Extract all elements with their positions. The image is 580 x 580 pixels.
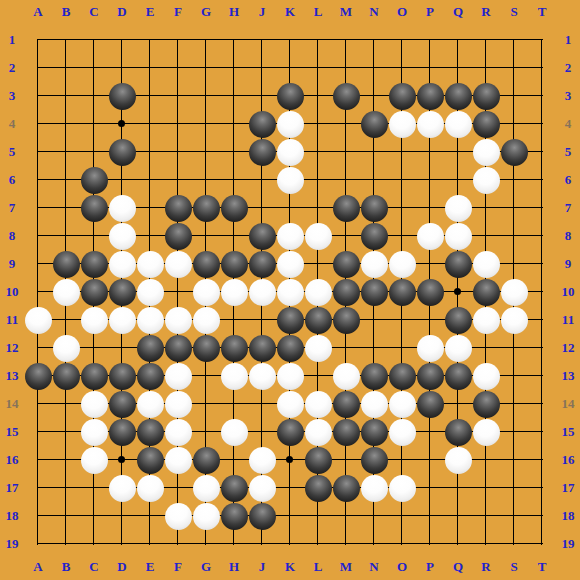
board-cell-P11[interactable]: [416, 306, 444, 334]
board-cell-F17[interactable]: [164, 474, 192, 502]
board-cell-Q7[interactable]: [444, 194, 472, 222]
board-cell-O19[interactable]: [388, 530, 416, 558]
board-cell-J5[interactable]: [248, 138, 276, 166]
board-cell-H19[interactable]: [220, 530, 248, 558]
board-cell-J16[interactable]: [248, 446, 276, 474]
board-cell-L9[interactable]: [304, 250, 332, 278]
board-cell-C19[interactable]: [80, 530, 108, 558]
board-cell-D6[interactable]: [108, 166, 136, 194]
board-cell-E2[interactable]: [136, 54, 164, 82]
board-cell-L12[interactable]: [304, 334, 332, 362]
board-cell-S11[interactable]: [500, 306, 528, 334]
board-cell-K18[interactable]: [276, 502, 304, 530]
board-cell-B15[interactable]: [52, 418, 80, 446]
board-cell-R3[interactable]: [472, 82, 500, 110]
board-cell-S10[interactable]: [500, 278, 528, 306]
board-cell-D11[interactable]: [108, 306, 136, 334]
board-cell-O3[interactable]: [388, 82, 416, 110]
board-cell-O15[interactable]: [388, 418, 416, 446]
board-cell-P3[interactable]: [416, 82, 444, 110]
board-cell-C15[interactable]: [80, 418, 108, 446]
board-cell-Q6[interactable]: [444, 166, 472, 194]
board-cell-C13[interactable]: [80, 362, 108, 390]
board-cell-P6[interactable]: [416, 166, 444, 194]
board-cell-H7[interactable]: [220, 194, 248, 222]
board-cell-D13[interactable]: [108, 362, 136, 390]
board-cell-E1[interactable]: [136, 26, 164, 54]
board-cell-K5[interactable]: [276, 138, 304, 166]
board-cell-K6[interactable]: [276, 166, 304, 194]
board-cell-F3[interactable]: [164, 82, 192, 110]
board-cell-S15[interactable]: [500, 418, 528, 446]
board-cell-C3[interactable]: [80, 82, 108, 110]
board-cell-F14[interactable]: [164, 390, 192, 418]
board-cell-O18[interactable]: [388, 502, 416, 530]
board-cell-S13[interactable]: [500, 362, 528, 390]
board-cell-G7[interactable]: [192, 194, 220, 222]
board-cell-T13[interactable]: [528, 362, 556, 390]
board-cell-O12[interactable]: [388, 334, 416, 362]
board-cell-A13[interactable]: [24, 362, 52, 390]
board-cell-B16[interactable]: [52, 446, 80, 474]
board-cell-D12[interactable]: [108, 334, 136, 362]
board-cell-R5[interactable]: [472, 138, 500, 166]
board-cell-C8[interactable]: [80, 222, 108, 250]
board-cell-C14[interactable]: [80, 390, 108, 418]
board-cell-B13[interactable]: [52, 362, 80, 390]
board-cell-S19[interactable]: [500, 530, 528, 558]
board-cell-T18[interactable]: [528, 502, 556, 530]
board-cell-O2[interactable]: [388, 54, 416, 82]
board-cell-Q1[interactable]: [444, 26, 472, 54]
board-cell-S4[interactable]: [500, 110, 528, 138]
board-cell-B7[interactable]: [52, 194, 80, 222]
board-cell-S2[interactable]: [500, 54, 528, 82]
board-cell-N17[interactable]: [360, 474, 388, 502]
board-cell-L1[interactable]: [304, 26, 332, 54]
board-cell-B10[interactable]: [52, 278, 80, 306]
board-cell-K10[interactable]: [276, 278, 304, 306]
board-cell-R17[interactable]: [472, 474, 500, 502]
board-cell-B4[interactable]: [52, 110, 80, 138]
board-cell-Q3[interactable]: [444, 82, 472, 110]
board-cell-L16[interactable]: [304, 446, 332, 474]
board-cell-Q2[interactable]: [444, 54, 472, 82]
board-cell-Q11[interactable]: [444, 306, 472, 334]
board-cell-T12[interactable]: [528, 334, 556, 362]
board-cell-K12[interactable]: [276, 334, 304, 362]
board-cell-P7[interactable]: [416, 194, 444, 222]
board-cell-J7[interactable]: [248, 194, 276, 222]
board-cell-F19[interactable]: [164, 530, 192, 558]
board-cell-M6[interactable]: [332, 166, 360, 194]
board-cell-J14[interactable]: [248, 390, 276, 418]
board-cell-C11[interactable]: [80, 306, 108, 334]
board-cell-H12[interactable]: [220, 334, 248, 362]
board-cell-T6[interactable]: [528, 166, 556, 194]
board-cell-P9[interactable]: [416, 250, 444, 278]
board-cell-P14[interactable]: [416, 390, 444, 418]
board-cell-D16[interactable]: [108, 446, 136, 474]
board-cell-G11[interactable]: [192, 306, 220, 334]
board-cell-K7[interactable]: [276, 194, 304, 222]
board-cell-M7[interactable]: [332, 194, 360, 222]
board-cell-O10[interactable]: [388, 278, 416, 306]
board-cell-M3[interactable]: [332, 82, 360, 110]
board-cell-L14[interactable]: [304, 390, 332, 418]
board-cell-S3[interactable]: [500, 82, 528, 110]
board-cell-M19[interactable]: [332, 530, 360, 558]
board-cell-M8[interactable]: [332, 222, 360, 250]
board-cell-M18[interactable]: [332, 502, 360, 530]
board-cell-G15[interactable]: [192, 418, 220, 446]
board-cell-O17[interactable]: [388, 474, 416, 502]
board-cell-N10[interactable]: [360, 278, 388, 306]
board-cell-R7[interactable]: [472, 194, 500, 222]
board-cell-D9[interactable]: [108, 250, 136, 278]
board-cell-M14[interactable]: [332, 390, 360, 418]
board-cell-H9[interactable]: [220, 250, 248, 278]
board-cell-N11[interactable]: [360, 306, 388, 334]
board-cell-A9[interactable]: [24, 250, 52, 278]
board-cell-Q15[interactable]: [444, 418, 472, 446]
board-cell-E19[interactable]: [136, 530, 164, 558]
board-cell-P10[interactable]: [416, 278, 444, 306]
board-cell-C18[interactable]: [80, 502, 108, 530]
board-cell-G5[interactable]: [192, 138, 220, 166]
board-cell-Q14[interactable]: [444, 390, 472, 418]
board-cell-R8[interactable]: [472, 222, 500, 250]
board-cell-A6[interactable]: [24, 166, 52, 194]
board-cell-T9[interactable]: [528, 250, 556, 278]
board-cell-C5[interactable]: [80, 138, 108, 166]
board-cell-D2[interactable]: [108, 54, 136, 82]
board-cell-B9[interactable]: [52, 250, 80, 278]
board-cell-Q17[interactable]: [444, 474, 472, 502]
board-cell-S5[interactable]: [500, 138, 528, 166]
board-cell-Q12[interactable]: [444, 334, 472, 362]
board-cell-T16[interactable]: [528, 446, 556, 474]
board-cell-M5[interactable]: [332, 138, 360, 166]
board-cell-F18[interactable]: [164, 502, 192, 530]
board-cell-O4[interactable]: [388, 110, 416, 138]
board-cell-E13[interactable]: [136, 362, 164, 390]
board-cell-B17[interactable]: [52, 474, 80, 502]
board-cell-S7[interactable]: [500, 194, 528, 222]
board-cell-F12[interactable]: [164, 334, 192, 362]
board-cell-R13[interactable]: [472, 362, 500, 390]
board-cell-E17[interactable]: [136, 474, 164, 502]
board-cell-F1[interactable]: [164, 26, 192, 54]
board-cell-P16[interactable]: [416, 446, 444, 474]
board-cell-N2[interactable]: [360, 54, 388, 82]
board-cell-F5[interactable]: [164, 138, 192, 166]
board-cell-B6[interactable]: [52, 166, 80, 194]
board-cell-H16[interactable]: [220, 446, 248, 474]
board-cell-A1[interactable]: [24, 26, 52, 54]
board-cell-D8[interactable]: [108, 222, 136, 250]
board-cell-A10[interactable]: [24, 278, 52, 306]
board-cell-H18[interactable]: [220, 502, 248, 530]
board-cell-Q10[interactable]: [444, 278, 472, 306]
board-cell-G12[interactable]: [192, 334, 220, 362]
board-cell-J2[interactable]: [248, 54, 276, 82]
board-cell-S18[interactable]: [500, 502, 528, 530]
board-cell-B5[interactable]: [52, 138, 80, 166]
board-cell-H5[interactable]: [220, 138, 248, 166]
board-cell-C4[interactable]: [80, 110, 108, 138]
board-cell-H4[interactable]: [220, 110, 248, 138]
board-cell-S8[interactable]: [500, 222, 528, 250]
board-cell-N7[interactable]: [360, 194, 388, 222]
board-cell-G9[interactable]: [192, 250, 220, 278]
board-cell-P4[interactable]: [416, 110, 444, 138]
board-cell-L19[interactable]: [304, 530, 332, 558]
board-cell-A8[interactable]: [24, 222, 52, 250]
board-cell-K11[interactable]: [276, 306, 304, 334]
board-cell-S1[interactable]: [500, 26, 528, 54]
board-cell-A7[interactable]: [24, 194, 52, 222]
board-cell-J4[interactable]: [248, 110, 276, 138]
board-cell-O11[interactable]: [388, 306, 416, 334]
board-cell-G13[interactable]: [192, 362, 220, 390]
board-cell-F4[interactable]: [164, 110, 192, 138]
board-cell-T7[interactable]: [528, 194, 556, 222]
board-cell-Q18[interactable]: [444, 502, 472, 530]
board-cell-T11[interactable]: [528, 306, 556, 334]
board-cell-P19[interactable]: [416, 530, 444, 558]
board-cell-E14[interactable]: [136, 390, 164, 418]
board-cell-O5[interactable]: [388, 138, 416, 166]
board-cell-J9[interactable]: [248, 250, 276, 278]
board-cell-F11[interactable]: [164, 306, 192, 334]
board-cell-A11[interactable]: [24, 306, 52, 334]
board-cell-M12[interactable]: [332, 334, 360, 362]
board-cell-D14[interactable]: [108, 390, 136, 418]
board-cell-D17[interactable]: [108, 474, 136, 502]
board-cell-N4[interactable]: [360, 110, 388, 138]
board-cell-K15[interactable]: [276, 418, 304, 446]
board-cell-L10[interactable]: [304, 278, 332, 306]
board-cell-N16[interactable]: [360, 446, 388, 474]
board-cell-H2[interactable]: [220, 54, 248, 82]
board-cell-P1[interactable]: [416, 26, 444, 54]
board-cell-D3[interactable]: [108, 82, 136, 110]
board-cell-E9[interactable]: [136, 250, 164, 278]
board-cell-D18[interactable]: [108, 502, 136, 530]
board-cell-C17[interactable]: [80, 474, 108, 502]
board-cell-C10[interactable]: [80, 278, 108, 306]
board-cell-O16[interactable]: [388, 446, 416, 474]
board-cell-J6[interactable]: [248, 166, 276, 194]
board-cell-E5[interactable]: [136, 138, 164, 166]
board-cell-K4[interactable]: [276, 110, 304, 138]
board-cell-P18[interactable]: [416, 502, 444, 530]
board-cell-T10[interactable]: [528, 278, 556, 306]
board-cell-E8[interactable]: [136, 222, 164, 250]
board-cell-H10[interactable]: [220, 278, 248, 306]
board-cell-Q4[interactable]: [444, 110, 472, 138]
board-cell-B1[interactable]: [52, 26, 80, 54]
board-cell-N8[interactable]: [360, 222, 388, 250]
board-cell-P5[interactable]: [416, 138, 444, 166]
board-cell-T1[interactable]: [528, 26, 556, 54]
board-cell-L15[interactable]: [304, 418, 332, 446]
board-cell-H15[interactable]: [220, 418, 248, 446]
board-cell-J10[interactable]: [248, 278, 276, 306]
board-cell-J1[interactable]: [248, 26, 276, 54]
board-cell-H17[interactable]: [220, 474, 248, 502]
board-cell-M10[interactable]: [332, 278, 360, 306]
board-cell-C6[interactable]: [80, 166, 108, 194]
board-cell-F13[interactable]: [164, 362, 192, 390]
board-cell-H3[interactable]: [220, 82, 248, 110]
board-cell-D1[interactable]: [108, 26, 136, 54]
board-cell-D4[interactable]: [108, 110, 136, 138]
board-cell-O14[interactable]: [388, 390, 416, 418]
board-cell-D15[interactable]: [108, 418, 136, 446]
board-cell-T2[interactable]: [528, 54, 556, 82]
board-cell-F6[interactable]: [164, 166, 192, 194]
board-cell-O9[interactable]: [388, 250, 416, 278]
board-cell-L6[interactable]: [304, 166, 332, 194]
board-cell-R14[interactable]: [472, 390, 500, 418]
board-cell-E15[interactable]: [136, 418, 164, 446]
board-cell-O1[interactable]: [388, 26, 416, 54]
board-cell-R6[interactable]: [472, 166, 500, 194]
board-cell-J15[interactable]: [248, 418, 276, 446]
board-cell-T19[interactable]: [528, 530, 556, 558]
board-cell-S12[interactable]: [500, 334, 528, 362]
board-cell-G16[interactable]: [192, 446, 220, 474]
board-cell-F15[interactable]: [164, 418, 192, 446]
board-cell-C12[interactable]: [80, 334, 108, 362]
board-cell-N14[interactable]: [360, 390, 388, 418]
board-cell-E11[interactable]: [136, 306, 164, 334]
board-cell-A14[interactable]: [24, 390, 52, 418]
board-cell-M16[interactable]: [332, 446, 360, 474]
board-cell-N13[interactable]: [360, 362, 388, 390]
board-cell-R12[interactable]: [472, 334, 500, 362]
board-cell-T4[interactable]: [528, 110, 556, 138]
board-cell-D5[interactable]: [108, 138, 136, 166]
board-cell-A17[interactable]: [24, 474, 52, 502]
board-cell-G4[interactable]: [192, 110, 220, 138]
board-cell-T8[interactable]: [528, 222, 556, 250]
board-cell-E6[interactable]: [136, 166, 164, 194]
board-cell-K19[interactable]: [276, 530, 304, 558]
board-cell-J17[interactable]: [248, 474, 276, 502]
board-cell-N15[interactable]: [360, 418, 388, 446]
board-cell-F10[interactable]: [164, 278, 192, 306]
board-cell-S9[interactable]: [500, 250, 528, 278]
board-cell-A19[interactable]: [24, 530, 52, 558]
board-cell-Q8[interactable]: [444, 222, 472, 250]
board-cell-N19[interactable]: [360, 530, 388, 558]
board-cell-H1[interactable]: [220, 26, 248, 54]
board-cell-T14[interactable]: [528, 390, 556, 418]
board-cell-B18[interactable]: [52, 502, 80, 530]
board-cell-M4[interactable]: [332, 110, 360, 138]
board-cell-R2[interactable]: [472, 54, 500, 82]
board-cell-O6[interactable]: [388, 166, 416, 194]
board-cell-B2[interactable]: [52, 54, 80, 82]
board-cell-K8[interactable]: [276, 222, 304, 250]
board-cell-E18[interactable]: [136, 502, 164, 530]
board-cell-C2[interactable]: [80, 54, 108, 82]
board-cell-E3[interactable]: [136, 82, 164, 110]
board-cell-B14[interactable]: [52, 390, 80, 418]
board-cell-C1[interactable]: [80, 26, 108, 54]
board-cell-M13[interactable]: [332, 362, 360, 390]
board-cell-L8[interactable]: [304, 222, 332, 250]
board-cell-O13[interactable]: [388, 362, 416, 390]
board-cell-G17[interactable]: [192, 474, 220, 502]
board-cell-J3[interactable]: [248, 82, 276, 110]
board-cell-N1[interactable]: [360, 26, 388, 54]
board-cell-K3[interactable]: [276, 82, 304, 110]
board-cell-J19[interactable]: [248, 530, 276, 558]
board-cell-G18[interactable]: [192, 502, 220, 530]
board-cell-J11[interactable]: [248, 306, 276, 334]
board-cell-P2[interactable]: [416, 54, 444, 82]
board-cell-P17[interactable]: [416, 474, 444, 502]
board-cell-N9[interactable]: [360, 250, 388, 278]
board-cell-N5[interactable]: [360, 138, 388, 166]
board-cell-A5[interactable]: [24, 138, 52, 166]
board-cell-J12[interactable]: [248, 334, 276, 362]
board-cell-L11[interactable]: [304, 306, 332, 334]
board-cell-G10[interactable]: [192, 278, 220, 306]
board-cell-E10[interactable]: [136, 278, 164, 306]
board-cell-A3[interactable]: [24, 82, 52, 110]
board-cell-F7[interactable]: [164, 194, 192, 222]
board-cell-R19[interactable]: [472, 530, 500, 558]
board-cell-R1[interactable]: [472, 26, 500, 54]
board-cell-A2[interactable]: [24, 54, 52, 82]
board-cell-M1[interactable]: [332, 26, 360, 54]
board-cell-R18[interactable]: [472, 502, 500, 530]
board-cell-M15[interactable]: [332, 418, 360, 446]
board-cell-G14[interactable]: [192, 390, 220, 418]
board-cell-K16[interactable]: [276, 446, 304, 474]
board-cell-Q19[interactable]: [444, 530, 472, 558]
board-cell-S14[interactable]: [500, 390, 528, 418]
board-cell-K9[interactable]: [276, 250, 304, 278]
board-cell-F9[interactable]: [164, 250, 192, 278]
board-cell-R10[interactable]: [472, 278, 500, 306]
board-cell-L5[interactable]: [304, 138, 332, 166]
board-cell-F8[interactable]: [164, 222, 192, 250]
board-cell-K13[interactable]: [276, 362, 304, 390]
board-cell-J18[interactable]: [248, 502, 276, 530]
board-cell-L4[interactable]: [304, 110, 332, 138]
board-cell-C7[interactable]: [80, 194, 108, 222]
board-cell-G6[interactable]: [192, 166, 220, 194]
board-cell-J13[interactable]: [248, 362, 276, 390]
board-cell-P8[interactable]: [416, 222, 444, 250]
board-cell-H11[interactable]: [220, 306, 248, 334]
board-cell-B3[interactable]: [52, 82, 80, 110]
board-cell-A4[interactable]: [24, 110, 52, 138]
board-cell-M17[interactable]: [332, 474, 360, 502]
board-cell-C16[interactable]: [80, 446, 108, 474]
board-cell-A18[interactable]: [24, 502, 52, 530]
board-cell-R15[interactable]: [472, 418, 500, 446]
board-cell-R11[interactable]: [472, 306, 500, 334]
board-cell-B12[interactable]: [52, 334, 80, 362]
board-cell-L2[interactable]: [304, 54, 332, 82]
